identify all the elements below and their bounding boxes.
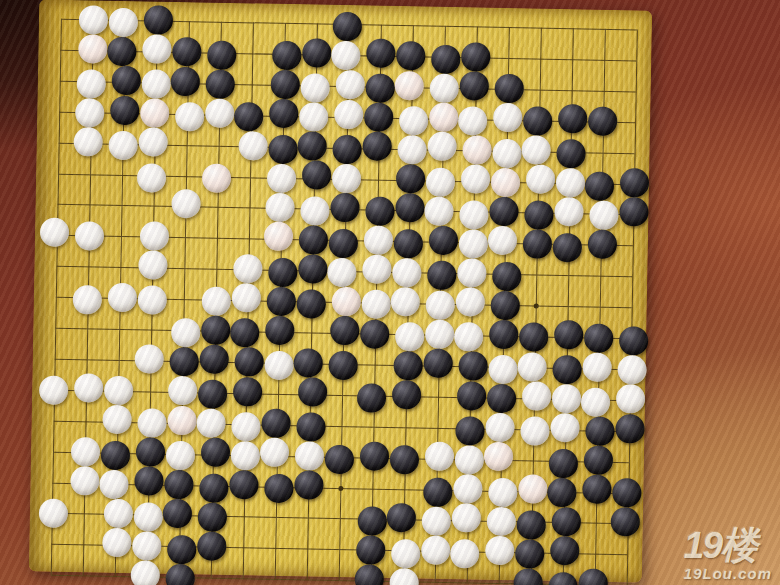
black-stone[interactable] [550,536,580,566]
black-stone[interactable] [268,134,298,164]
black-stone[interactable] [492,261,522,291]
white-stone[interactable] [520,416,550,446]
black-stone[interactable] [110,95,140,125]
white-stone[interactable] [363,254,393,284]
black-stone[interactable] [395,193,425,223]
white-stone[interactable] [455,287,485,317]
white-stone[interactable] [421,535,451,565]
white-stone[interactable] [139,250,169,280]
black-stone[interactable] [584,323,614,353]
black-stone[interactable] [461,42,491,72]
black-stone[interactable] [523,106,553,136]
black-stone[interactable] [578,568,608,585]
black-stone[interactable] [324,445,354,475]
black-stone[interactable] [297,131,327,161]
black-stone[interactable] [612,478,642,508]
black-stone[interactable] [170,66,200,96]
white-stone[interactable] [231,283,261,313]
black-stone[interactable] [206,70,236,100]
white-stone[interactable] [395,322,425,352]
white-stone[interactable] [265,193,295,223]
white-stone[interactable] [521,135,551,165]
black-stone[interactable] [366,38,396,68]
black-stone[interactable] [170,347,200,377]
black-stone[interactable] [294,470,324,500]
black-stone[interactable] [265,315,295,345]
white-stone[interactable] [399,106,429,136]
black-stone[interactable] [167,534,197,564]
black-stone[interactable] [233,377,263,407]
white-stone[interactable] [391,538,421,568]
black-stone[interactable] [489,319,519,349]
white-stone[interactable] [140,98,170,128]
watermark-url: 19Lou.com [684,566,772,581]
white-stone[interactable] [108,8,138,38]
white-stone[interactable] [526,165,556,195]
black-stone[interactable] [456,416,486,446]
black-stone[interactable] [392,380,422,410]
white-stone[interactable] [422,506,452,536]
black-stone[interactable] [172,37,202,67]
black-stone[interactable] [610,507,640,537]
white-stone[interactable] [454,322,484,352]
black-stone[interactable] [198,379,228,409]
white-stone[interactable] [364,225,394,255]
white-stone[interactable] [518,474,548,504]
white-stone[interactable] [138,128,168,158]
black-stone[interactable] [267,286,297,316]
black-stone[interactable] [299,225,329,255]
white-stone[interactable] [394,70,424,100]
black-stone[interactable] [296,289,326,319]
black-stone[interactable] [360,319,390,349]
white-stone[interactable] [487,507,517,537]
white-stone[interactable] [165,441,195,471]
white-stone[interactable] [202,286,232,316]
white-stone[interactable] [72,285,102,315]
white-stone[interactable] [99,470,129,500]
white-stone[interactable] [102,528,132,558]
white-stone[interactable] [108,282,138,312]
white-stone[interactable] [299,102,329,132]
white-stone[interactable] [616,384,646,414]
white-stone[interactable] [75,221,105,251]
white-stone[interactable] [40,218,70,248]
white-stone[interactable] [430,74,460,104]
white-stone[interactable] [458,229,488,259]
black-stone[interactable] [459,352,489,382]
black-stone[interactable] [513,568,543,585]
white-stone[interactable] [331,164,361,194]
black-stone[interactable] [427,261,457,291]
white-stone[interactable] [517,352,547,382]
white-stone[interactable] [143,34,173,64]
white-stone[interactable] [295,441,325,471]
black-stone[interactable] [585,171,615,201]
black-stone[interactable] [515,539,545,569]
black-stone[interactable] [166,563,196,585]
white-stone[interactable] [493,103,523,133]
black-stone[interactable] [491,290,521,320]
white-stone[interactable] [428,103,458,133]
white-stone[interactable] [453,474,483,504]
white-stone[interactable] [230,441,260,471]
white-stone[interactable] [361,290,391,320]
black-stone[interactable] [235,347,265,377]
black-stone[interactable] [620,168,650,198]
black-stone[interactable] [328,228,358,258]
black-stone[interactable] [333,135,363,165]
go-board[interactable] [29,0,652,583]
white-stone[interactable] [264,222,294,252]
black-stone[interactable] [558,103,588,133]
black-stone[interactable] [162,499,192,529]
white-stone[interactable] [390,287,420,317]
black-stone[interactable] [516,510,546,540]
black-stone[interactable] [393,229,423,259]
white-stone[interactable] [75,98,105,128]
black-stone[interactable] [330,316,360,346]
white-stone[interactable] [424,319,454,349]
white-stone[interactable] [39,498,69,528]
black-stone[interactable] [553,355,583,385]
black-stone[interactable] [588,229,618,259]
black-stone[interactable] [495,74,525,104]
black-stone[interactable] [329,351,359,381]
black-stone[interactable] [360,442,390,472]
white-stone[interactable] [171,318,201,348]
black-stone[interactable] [396,41,426,71]
white-stone[interactable] [73,127,103,157]
black-stone[interactable] [423,348,453,378]
white-stone[interactable] [260,438,290,468]
white-stone[interactable] [450,539,480,569]
white-stone[interactable] [109,131,139,161]
white-stone[interactable] [137,163,167,193]
white-stone[interactable] [132,531,162,561]
black-stone[interactable] [523,229,553,259]
black-stone[interactable] [234,102,264,132]
white-stone[interactable] [331,41,361,71]
black-stone[interactable] [135,467,165,497]
white-stone[interactable] [555,168,585,198]
white-stone[interactable] [79,5,109,35]
black-stone[interactable] [107,37,137,67]
white-stone[interactable] [137,408,167,438]
white-stone[interactable] [457,258,487,288]
white-stone[interactable] [264,351,294,381]
white-stone[interactable] [485,413,515,443]
black-stone[interactable] [587,107,617,137]
white-stone[interactable] [426,290,456,320]
white-stone[interactable] [71,437,101,467]
white-stone[interactable] [424,196,454,226]
black-stone[interactable] [486,384,516,414]
white-stone[interactable] [487,226,517,256]
black-stone[interactable] [519,323,549,353]
white-stone[interactable] [485,536,515,566]
black-stone[interactable] [389,445,419,475]
white-stone[interactable] [488,355,518,385]
white-stone[interactable] [74,373,104,403]
white-stone[interactable] [332,287,362,317]
white-stone[interactable] [76,69,106,99]
black-stone[interactable] [198,502,228,532]
white-stone[interactable] [425,442,455,472]
black-stone[interactable] [297,412,327,442]
black-stone[interactable] [619,326,649,356]
white-stone[interactable] [550,413,580,443]
white-stone[interactable] [454,445,484,475]
white-stone[interactable] [167,405,197,435]
black-stone[interactable] [619,197,649,227]
black-stone[interactable] [396,164,426,194]
black-stone[interactable] [524,200,554,230]
white-stone[interactable] [233,254,263,284]
black-stone[interactable] [547,478,577,508]
white-stone[interactable] [484,442,514,472]
white-stone[interactable] [427,132,457,162]
black-stone[interactable] [201,438,231,468]
white-stone[interactable] [554,197,584,227]
white-stone[interactable] [492,139,522,169]
black-stone[interactable] [386,503,416,533]
black-stone[interactable] [264,473,294,503]
black-stone[interactable] [362,132,392,162]
star-point [534,304,539,309]
black-stone[interactable] [365,74,395,104]
black-stone[interactable] [431,45,461,75]
white-stone[interactable] [425,167,455,197]
white-stone[interactable] [104,499,134,529]
white-stone[interactable] [461,164,491,194]
white-stone[interactable] [204,99,234,129]
black-stone[interactable] [100,440,130,470]
white-stone[interactable] [141,69,171,99]
black-stone[interactable] [548,449,578,479]
white-stone[interactable] [137,286,167,316]
white-stone[interactable] [463,135,493,165]
white-stone[interactable] [392,258,422,288]
black-stone[interactable] [357,506,387,536]
white-stone[interactable] [134,344,164,374]
grid-line-vertical [51,19,62,575]
black-stone[interactable] [261,409,291,439]
white-stone[interactable] [130,560,160,585]
black-stone[interactable] [332,12,362,42]
black-stone[interactable] [197,531,227,561]
white-stone[interactable] [589,200,619,230]
white-stone[interactable] [301,196,331,226]
black-stone[interactable] [552,232,582,262]
black-stone[interactable] [394,351,424,381]
white-stone[interactable] [488,478,518,508]
white-stone[interactable] [551,384,581,414]
black-stone[interactable] [272,41,302,71]
black-stone[interactable] [584,446,614,476]
white-stone[interactable] [398,135,428,165]
white-stone[interactable] [451,503,481,533]
black-stone[interactable] [429,226,459,256]
black-stone[interactable] [164,470,194,500]
black-stone[interactable] [199,344,229,374]
white-stone[interactable] [327,257,357,287]
black-stone[interactable] [330,193,360,223]
white-stone[interactable] [336,70,366,100]
white-stone[interactable] [133,502,163,532]
black-stone[interactable] [112,66,142,96]
black-stone[interactable] [298,254,328,284]
watermark: 19楼 19Lou.com [684,527,772,581]
black-stone[interactable] [207,41,237,71]
white-stone[interactable] [460,200,490,230]
black-stone[interactable] [549,571,579,585]
white-stone[interactable] [78,34,108,64]
black-stone[interactable] [423,477,453,507]
white-stone[interactable] [618,355,648,385]
black-stone[interactable] [271,70,301,100]
black-stone[interactable] [136,437,166,467]
black-stone[interactable] [298,377,328,407]
black-stone[interactable] [268,257,298,287]
white-stone[interactable] [334,99,364,129]
white-stone[interactable] [300,73,330,103]
black-stone[interactable] [615,414,645,444]
black-stone[interactable] [201,315,231,345]
black-stone[interactable] [144,5,174,35]
white-stone[interactable] [70,466,100,496]
black-stone[interactable] [269,99,299,129]
black-stone[interactable] [230,318,260,348]
black-stone[interactable] [554,320,584,350]
white-stone[interactable] [232,412,262,442]
black-stone[interactable] [364,103,394,133]
white-stone[interactable] [103,376,133,406]
black-stone[interactable] [199,473,229,503]
black-stone[interactable] [229,470,259,500]
black-stone[interactable] [459,71,489,101]
black-stone[interactable] [585,417,615,447]
black-stone[interactable] [356,535,386,565]
black-stone[interactable] [357,383,387,413]
black-stone[interactable] [293,348,323,378]
star-point [338,485,343,490]
white-stone[interactable] [175,102,205,132]
white-stone[interactable] [239,131,269,161]
white-stone[interactable] [38,376,68,406]
white-stone[interactable] [582,352,612,382]
black-stone[interactable] [552,507,582,537]
white-stone[interactable] [522,381,552,411]
white-stone[interactable] [390,568,420,585]
white-stone[interactable] [458,106,488,136]
white-stone[interactable] [140,221,170,251]
white-stone[interactable] [581,387,611,417]
black-stone[interactable] [365,196,395,226]
white-stone[interactable] [102,405,132,435]
black-stone[interactable] [302,38,332,68]
black-stone[interactable] [354,564,384,585]
black-stone[interactable] [302,161,332,191]
black-stone[interactable] [557,139,587,169]
black-stone[interactable] [489,197,519,227]
white-stone[interactable] [196,409,226,439]
white-stone[interactable] [201,163,231,193]
photo-scene: 19楼 19Lou.com [0,0,780,585]
black-stone[interactable] [457,381,487,411]
watermark-logo: 19楼 [684,527,772,564]
white-stone[interactable] [490,168,520,198]
white-stone[interactable] [168,376,198,406]
white-stone[interactable] [266,164,296,194]
white-stone[interactable] [171,189,201,219]
black-stone[interactable] [583,475,613,505]
